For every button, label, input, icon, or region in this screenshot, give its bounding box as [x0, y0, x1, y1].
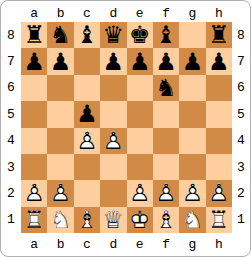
- square-h5[interactable]: [206, 101, 232, 127]
- file-label-a: a: [30, 238, 38, 251]
- white-rook-icon: ♜♖: [206, 207, 232, 233]
- square-h3[interactable]: [206, 154, 232, 180]
- square-e6[interactable]: [127, 75, 153, 101]
- rank-label-6: 6: [7, 81, 15, 94]
- square-e1[interactable]: ♚♔: [127, 207, 153, 233]
- black-pawn-icon: ♟: [74, 101, 100, 127]
- file-label-f: f: [162, 7, 170, 20]
- square-h8[interactable]: ♜: [206, 22, 232, 48]
- square-d5[interactable]: [100, 101, 126, 127]
- square-g5[interactable]: [179, 101, 205, 127]
- square-a7[interactable]: ♟: [21, 48, 47, 74]
- square-g1[interactable]: ♞♘: [179, 207, 205, 233]
- black-rook-icon: ♜: [206, 22, 232, 48]
- square-c8[interactable]: ♝: [74, 22, 100, 48]
- square-a3[interactable]: [21, 154, 47, 180]
- black-rook-icon: ♜: [21, 22, 47, 48]
- file-label-b: b: [57, 238, 65, 251]
- square-c5[interactable]: ♟: [74, 101, 100, 127]
- square-c4[interactable]: ♟♙: [74, 128, 100, 154]
- piece-outline-layer: ♙: [76, 129, 98, 153]
- square-a5[interactable]: [21, 101, 47, 127]
- square-f6[interactable]: ♞: [153, 75, 179, 101]
- square-f7[interactable]: ♟: [153, 48, 179, 74]
- square-e3[interactable]: [127, 154, 153, 180]
- file-label-g: g: [189, 238, 197, 251]
- white-pawn-icon: ♟♙: [74, 128, 100, 154]
- piece-outline-layer: ♖: [208, 208, 230, 232]
- white-pawn-icon: ♟♙: [127, 180, 153, 206]
- square-b4[interactable]: [47, 128, 73, 154]
- rank-label-7: 7: [7, 55, 15, 68]
- square-d3[interactable]: [100, 154, 126, 180]
- square-f1[interactable]: ♝♗: [153, 207, 179, 233]
- square-c3[interactable]: [74, 154, 100, 180]
- white-pawn-icon: ♟♙: [179, 180, 205, 206]
- white-queen-icon: ♛♕: [100, 207, 126, 233]
- rank-labels-right: 87654321: [232, 22, 250, 233]
- square-c1[interactable]: ♝♗: [74, 207, 100, 233]
- file-label-h: h: [215, 7, 223, 20]
- rank-label-4: 4: [237, 134, 245, 147]
- rank-label-1: 1: [7, 213, 15, 226]
- white-pawn-icon: ♟♙: [206, 180, 232, 206]
- square-e8[interactable]: ♚: [127, 22, 153, 48]
- square-f2[interactable]: ♟♙: [153, 180, 179, 206]
- square-g3[interactable]: [179, 154, 205, 180]
- piece-outline-layer: ♕: [103, 208, 125, 232]
- white-knight-icon: ♞♘: [179, 207, 205, 233]
- black-king-icon: ♚: [127, 22, 153, 48]
- file-label-c: c: [83, 238, 91, 251]
- piece-outline-layer: ♙: [182, 181, 204, 205]
- rank-label-3: 3: [7, 161, 15, 174]
- square-a4[interactable]: [21, 128, 47, 154]
- white-pawn-icon: ♟♙: [21, 180, 47, 206]
- square-e2[interactable]: ♟♙: [127, 180, 153, 206]
- white-bishop-icon: ♝♗: [74, 207, 100, 233]
- rank-label-8: 8: [7, 29, 15, 42]
- black-knight-icon: ♞: [153, 75, 179, 101]
- file-label-g: g: [189, 7, 197, 20]
- square-f8[interactable]: ♝: [153, 22, 179, 48]
- white-king-icon: ♚♔: [127, 207, 153, 233]
- file-label-c: c: [83, 7, 91, 20]
- square-c6[interactable]: [74, 75, 100, 101]
- square-b6[interactable]: [47, 75, 73, 101]
- square-a8[interactable]: ♜: [21, 22, 47, 48]
- rank-label-7: 7: [237, 55, 245, 68]
- black-pawn-icon: ♟: [100, 48, 126, 74]
- file-label-d: d: [109, 7, 117, 20]
- rank-label-2: 2: [7, 187, 15, 200]
- square-b1[interactable]: ♞♘: [47, 207, 73, 233]
- piece-outline-layer: ♘: [50, 208, 72, 232]
- rank-label-6: 6: [237, 81, 245, 94]
- square-g4[interactable]: [179, 128, 205, 154]
- black-pawn-icon: ♟: [47, 48, 73, 74]
- chess-diagram: abcdefgh 87654321 ♜♞♝♛♚♝♜♟♟♟♟♟♟♟♞♟♟♙♟♙♟♙…: [0, 0, 251, 257]
- rank-label-8: 8: [237, 29, 245, 42]
- chess-board: ♜♞♝♛♚♝♜♟♟♟♟♟♟♟♞♟♟♙♟♙♟♙♟♙♟♙♟♙♟♙♟♙♜♖♞♘♝♗♛♕…: [21, 22, 232, 233]
- piece-outline-layer: ♔: [129, 208, 151, 232]
- square-h1[interactable]: ♜♖: [206, 207, 232, 233]
- piece-outline-layer: ♙: [129, 181, 151, 205]
- piece-outline-layer: ♙: [155, 181, 177, 205]
- white-knight-icon: ♞♘: [47, 207, 73, 233]
- square-d2[interactable]: [100, 180, 126, 206]
- white-pawn-icon: ♟♙: [100, 128, 126, 154]
- square-d8[interactable]: ♛: [100, 22, 126, 48]
- square-e4[interactable]: [127, 128, 153, 154]
- piece-outline-layer: ♙: [208, 181, 230, 205]
- square-c7[interactable]: [74, 48, 100, 74]
- square-a2[interactable]: ♟♙: [21, 180, 47, 206]
- black-pawn-icon: ♟: [153, 48, 179, 74]
- square-g7[interactable]: ♟: [179, 48, 205, 74]
- black-bishop-icon: ♝: [153, 22, 179, 48]
- square-f4[interactable]: [153, 128, 179, 154]
- rank-label-2: 2: [237, 187, 245, 200]
- square-h6[interactable]: [206, 75, 232, 101]
- black-bishop-icon: ♝: [74, 22, 100, 48]
- black-pawn-icon: ♟: [206, 48, 232, 74]
- square-h2[interactable]: ♟♙: [206, 180, 232, 206]
- white-pawn-icon: ♟♙: [47, 180, 73, 206]
- square-h7[interactable]: ♟: [206, 48, 232, 74]
- square-g8[interactable]: [179, 22, 205, 48]
- piece-outline-layer: ♙: [50, 181, 72, 205]
- black-pawn-icon: ♟: [127, 48, 153, 74]
- piece-outline-layer: ♙: [103, 129, 125, 153]
- square-e7[interactable]: ♟: [127, 48, 153, 74]
- rank-label-1: 1: [237, 213, 245, 226]
- square-a6[interactable]: [21, 75, 47, 101]
- file-label-d: d: [109, 238, 117, 251]
- rank-label-5: 5: [7, 108, 15, 121]
- square-h4[interactable]: [206, 128, 232, 154]
- square-d6[interactable]: [100, 75, 126, 101]
- black-pawn-icon: ♟: [21, 48, 47, 74]
- file-label-b: b: [57, 7, 65, 20]
- square-b2[interactable]: ♟♙: [47, 180, 73, 206]
- black-queen-icon: ♛: [100, 22, 126, 48]
- square-d4[interactable]: ♟♙: [100, 128, 126, 154]
- square-b7[interactable]: ♟: [47, 48, 73, 74]
- rank-label-3: 3: [237, 161, 245, 174]
- rank-label-5: 5: [237, 108, 245, 121]
- square-b5[interactable]: [47, 101, 73, 127]
- square-g6[interactable]: [179, 75, 205, 101]
- file-labels-bottom: abcdefgh: [21, 233, 232, 256]
- piece-outline-layer: ♗: [155, 208, 177, 232]
- white-pawn-icon: ♟♙: [153, 180, 179, 206]
- piece-outline-layer: ♖: [23, 208, 45, 232]
- file-label-e: e: [136, 7, 144, 20]
- black-pawn-icon: ♟: [179, 48, 205, 74]
- file-label-h: h: [215, 238, 223, 251]
- square-g2[interactable]: ♟♙: [179, 180, 205, 206]
- square-c2[interactable]: [74, 180, 100, 206]
- rank-labels-left: 87654321: [1, 22, 21, 233]
- rank-label-4: 4: [7, 134, 15, 147]
- white-bishop-icon: ♝♗: [153, 207, 179, 233]
- piece-outline-layer: ♗: [76, 208, 98, 232]
- white-rook-icon: ♜♖: [21, 207, 47, 233]
- square-d1[interactable]: ♛♕: [100, 207, 126, 233]
- file-label-e: e: [136, 238, 144, 251]
- piece-outline-layer: ♙: [23, 181, 45, 205]
- square-e5[interactable]: [127, 101, 153, 127]
- square-b3[interactable]: [47, 154, 73, 180]
- square-f5[interactable]: [153, 101, 179, 127]
- square-b8[interactable]: ♞: [47, 22, 73, 48]
- file-labels-top: abcdefgh: [21, 1, 232, 22]
- square-d7[interactable]: ♟: [100, 48, 126, 74]
- square-f3[interactable]: [153, 154, 179, 180]
- file-label-f: f: [162, 238, 170, 251]
- square-a1[interactable]: ♜♖: [21, 207, 47, 233]
- black-knight-icon: ♞: [47, 22, 73, 48]
- piece-outline-layer: ♘: [182, 208, 204, 232]
- file-label-a: a: [30, 7, 38, 20]
